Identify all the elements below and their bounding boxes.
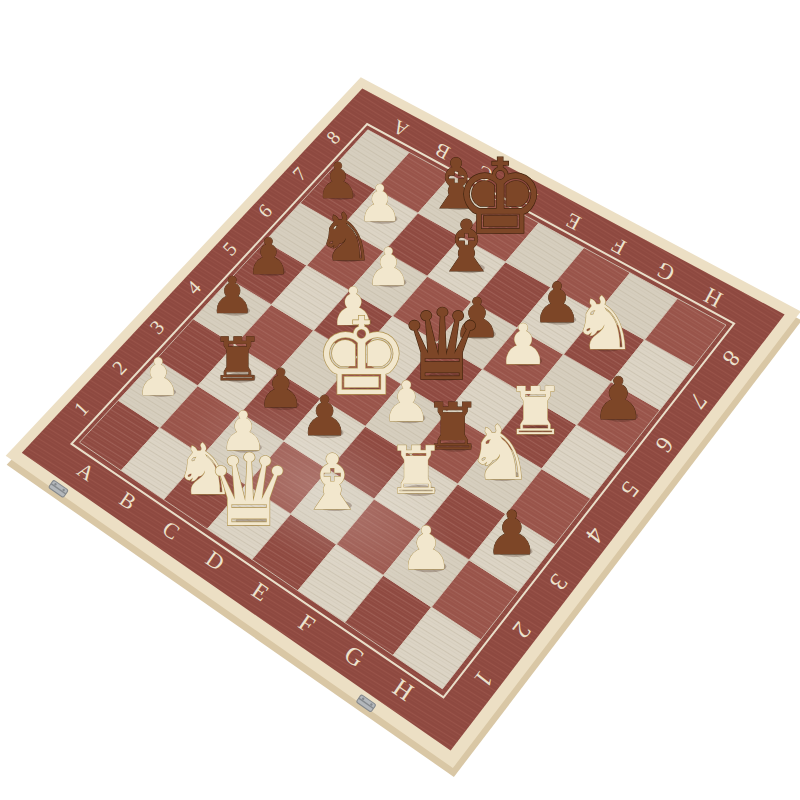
piece-white-pawn-g2[interactable]: ♟ [399, 514, 452, 583]
piece-white-knight-g7[interactable]: ♞ [571, 281, 637, 366]
piece-black-bishop-d7[interactable]: ♝ [435, 205, 499, 288]
piece-white-queen-d1[interactable]: ♛ [204, 433, 293, 548]
piece-white-knight-g4[interactable]: ♞ [466, 409, 534, 497]
piece-black-pawn-h6[interactable]: ♟ [592, 365, 645, 433]
piece-white-pawn-f6[interactable]: ♟ [498, 312, 548, 377]
piece-black-pawn-a4[interactable]: ♟ [210, 266, 255, 325]
chessboard[interactable]: 1122334455667788AABBCCDDEEFFGGHH♟♝♟♚♞♝♟♟… [0, 0, 800, 800]
piece-black-pawn-h3[interactable]: ♟ [485, 498, 539, 568]
piece-white-pawn-a2[interactable]: ♟ [135, 347, 181, 407]
product-photo: 1122334455667788AABBCCDDEEFFGGHH♟♝♟♚♞♝♟♟… [0, 0, 800, 800]
piece-white-rook-f3[interactable]: ♜ [387, 432, 446, 508]
piece-white-bishop-e2[interactable]: ♝ [298, 438, 366, 527]
